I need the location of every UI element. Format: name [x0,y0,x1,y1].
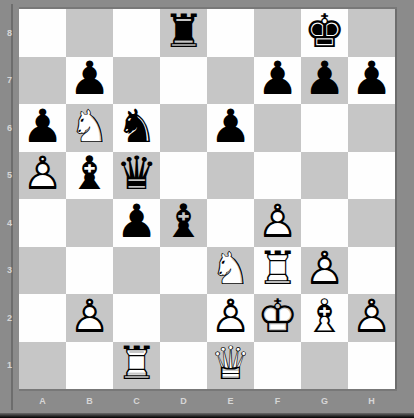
black-pawn-icon: ♟ [210,103,251,149]
square-a4[interactable] [19,199,66,247]
square-g1[interactable] [301,342,348,390]
chess-board: ♜♚♟♟♟♟♟♞♘♞♟♟♙♝♛♟♝♟♙♞♘♜♖♟♙♟♙♟♙♚♔♝♗♟♙♜♖♛♕ [19,9,395,389]
square-a1[interactable] [19,342,66,390]
rank-label-7: 7 [0,57,19,105]
white-king-f2[interactable]: ♚♔ [254,294,301,342]
square-f8[interactable] [254,9,301,57]
square-a2[interactable] [19,294,66,342]
square-h8[interactable] [348,9,395,57]
square-h1[interactable] [348,342,395,390]
black-pawn-icon: ♟ [116,198,157,244]
black-queen-icon: ♛ [116,150,157,196]
square-h4[interactable] [348,199,395,247]
square-d2[interactable] [160,294,207,342]
white-pawn-e2[interactable]: ♟♙ [207,294,254,342]
square-a8[interactable] [19,9,66,57]
square-a7[interactable] [19,57,66,105]
black-pawn-f7[interactable]: ♟ [254,57,301,105]
square-b5[interactable]: ♝ [66,152,113,200]
black-queen-c5[interactable]: ♛ [113,152,160,200]
white-rook-icon: ♖ [257,245,298,291]
white-knight-e3[interactable]: ♞♘ [207,247,254,295]
square-g6[interactable] [301,104,348,152]
square-e6[interactable]: ♟ [207,104,254,152]
square-c6[interactable]: ♞ [113,104,160,152]
square-e3[interactable]: ♞♘ [207,247,254,295]
square-c4[interactable]: ♟ [113,199,160,247]
black-pawn-icon: ♟ [351,55,392,101]
black-bishop-icon: ♝ [163,198,204,244]
black-pawn-g7[interactable]: ♟ [301,57,348,105]
square-g2[interactable]: ♝♗ [301,294,348,342]
square-c1[interactable]: ♜♖ [113,342,160,390]
white-pawn-f4[interactable]: ♟♙ [254,199,301,247]
rank-label-4: 4 [0,199,19,247]
square-c8[interactable] [113,9,160,57]
black-pawn-icon: ♟ [69,55,110,101]
white-rook-icon: ♖ [116,340,157,386]
black-rook-d8[interactable]: ♜ [160,9,207,57]
white-pawn-icon: ♙ [304,245,345,291]
square-g7[interactable]: ♟ [301,57,348,105]
square-c7[interactable] [113,57,160,105]
black-rook-icon: ♜ [163,8,204,54]
square-f6[interactable] [254,104,301,152]
white-pawn-h2[interactable]: ♟♙ [348,294,395,342]
white-pawn-a5[interactable]: ♟♙ [19,152,66,200]
square-e1[interactable]: ♛♕ [207,342,254,390]
file-label-a: A [19,389,66,412]
black-knight-c6[interactable]: ♞ [113,104,160,152]
square-a5[interactable]: ♟♙ [19,152,66,200]
white-rook-f3[interactable]: ♜♖ [254,247,301,295]
square-f1[interactable] [254,342,301,390]
square-g3[interactable]: ♟♙ [301,247,348,295]
square-h5[interactable] [348,152,395,200]
black-pawn-c4[interactable]: ♟ [113,199,160,247]
square-e8[interactable] [207,9,254,57]
square-e2[interactable]: ♟♙ [207,294,254,342]
square-d1[interactable] [160,342,207,390]
square-g8[interactable]: ♚ [301,9,348,57]
chess-diagram: ♜♚♟♟♟♟♟♞♘♞♟♟♙♝♛♟♝♟♙♞♘♜♖♟♙♟♙♟♙♚♔♝♗♟♙♜♖♛♕ … [0,0,414,418]
square-d6[interactable] [160,104,207,152]
square-e7[interactable] [207,57,254,105]
square-f7[interactable]: ♟ [254,57,301,105]
black-king-g8[interactable]: ♚ [301,9,348,57]
board-bottom-edge [0,413,414,418]
black-pawn-icon: ♟ [304,55,345,101]
black-pawn-icon: ♟ [22,103,63,149]
white-king-icon: ♔ [257,293,298,339]
rank-label-5: 5 [0,152,19,200]
file-label-d: D [160,389,207,412]
white-pawn-icon: ♙ [257,198,298,244]
white-rook-c1[interactable]: ♜♖ [113,342,160,390]
square-h6[interactable] [348,104,395,152]
square-c5[interactable]: ♛ [113,152,160,200]
square-b3[interactable] [66,247,113,295]
square-g5[interactable] [301,152,348,200]
square-d7[interactable] [160,57,207,105]
black-pawn-icon: ♟ [257,55,298,101]
rank-label-8: 8 [0,9,19,57]
white-bishop-g2[interactable]: ♝♗ [301,294,348,342]
square-d3[interactable] [160,247,207,295]
rank-coordinates: 87654321 [0,9,19,389]
white-pawn-icon: ♙ [210,293,251,339]
white-pawn-icon: ♙ [351,293,392,339]
white-pawn-icon: ♙ [22,150,63,196]
black-pawn-h7[interactable]: ♟ [348,57,395,105]
square-h7[interactable]: ♟ [348,57,395,105]
white-queen-e1[interactable]: ♛♕ [207,342,254,390]
black-pawn-a6[interactable]: ♟ [19,104,66,152]
white-knight-icon: ♘ [210,245,251,291]
square-b1[interactable] [66,342,113,390]
white-knight-b6[interactable]: ♞♘ [66,104,113,152]
square-b8[interactable] [66,9,113,57]
file-label-h: H [348,389,395,412]
white-pawn-g3[interactable]: ♟♙ [301,247,348,295]
square-b2[interactable]: ♟♙ [66,294,113,342]
file-label-b: B [66,389,113,412]
white-knight-icon: ♘ [69,103,110,149]
square-f5[interactable] [254,152,301,200]
frame-groove-right [395,9,397,389]
black-pawn-b7[interactable]: ♟ [66,57,113,105]
square-g4[interactable] [301,199,348,247]
square-f4[interactable]: ♟♙ [254,199,301,247]
white-pawn-b2[interactable]: ♟♙ [66,294,113,342]
file-label-e: E [207,389,254,412]
square-d5[interactable] [160,152,207,200]
square-e4[interactable] [207,199,254,247]
file-coordinates: ABCDEFGH [19,389,395,412]
file-label-c: C [113,389,160,412]
square-c2[interactable] [113,294,160,342]
white-pawn-icon: ♙ [69,293,110,339]
rank-label-2: 2 [0,294,19,342]
white-queen-icon: ♕ [210,340,251,386]
black-knight-icon: ♞ [116,103,157,149]
rank-label-3: 3 [0,247,19,295]
square-d4[interactable]: ♝ [160,199,207,247]
file-label-g: G [301,389,348,412]
rank-label-6: 6 [0,104,19,152]
square-b6[interactable]: ♞♘ [66,104,113,152]
black-bishop-d4[interactable]: ♝ [160,199,207,247]
square-h3[interactable] [348,247,395,295]
white-bishop-icon: ♗ [304,293,345,339]
square-f3[interactable]: ♜♖ [254,247,301,295]
file-label-f: F [254,389,301,412]
black-bishop-icon: ♝ [69,150,110,196]
black-pawn-e6[interactable]: ♟ [207,104,254,152]
rank-label-1: 1 [0,342,19,390]
black-king-icon: ♚ [304,8,345,54]
square-b7[interactable]: ♟ [66,57,113,105]
square-b4[interactable] [66,199,113,247]
square-e5[interactable] [207,152,254,200]
black-bishop-b5[interactable]: ♝ [66,152,113,200]
square-c3[interactable] [113,247,160,295]
square-h2[interactable]: ♟♙ [348,294,395,342]
square-f2[interactable]: ♚♔ [254,294,301,342]
square-d8[interactable]: ♜ [160,9,207,57]
square-a3[interactable] [19,247,66,295]
square-a6[interactable]: ♟ [19,104,66,152]
